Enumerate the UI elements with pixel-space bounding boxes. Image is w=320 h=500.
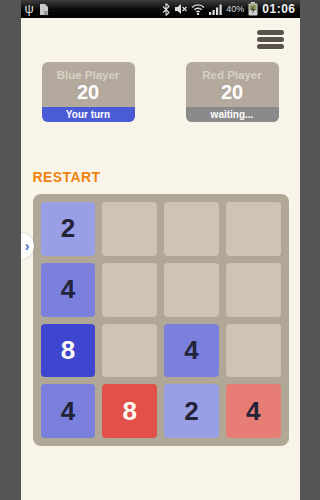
tile-blue-2: 2 [41,202,96,256]
tile-red-8: 8 [102,384,157,438]
battery-charging-icon [248,2,258,16]
player-name: Red Player [186,69,279,81]
chevron-right-icon: › [25,233,30,259]
board-cell-empty [164,263,219,317]
tile-blue-4: 4 [164,324,219,378]
player-score: 20 [42,81,135,104]
board-cell-empty [226,324,281,378]
menu-button[interactable] [257,30,284,49]
game-board[interactable]: 24844824 [33,194,289,446]
mute-icon [174,3,187,15]
tile-red-4: 4 [226,384,281,438]
board-cell-empty [102,324,157,378]
red-player-card: Red Player 20 waiting... [186,62,279,122]
app-screen: ψ [21,0,300,500]
player-status: waiting... [186,107,279,122]
battery-percent: 40% [226,4,244,14]
clock-text: 01:06 [262,2,295,16]
player-score: 20 [186,81,279,104]
status-bar: ψ [21,0,300,18]
player-name: Blue Player [42,69,135,81]
board-cell-empty [226,263,281,317]
restart-button[interactable]: RESTART [33,169,101,185]
player-status: Your turn [42,107,135,122]
sim-missing-icon [38,3,50,16]
wifi-icon [191,4,205,15]
bluetooth-icon [162,3,170,16]
tile-blue-4: 4 [41,263,96,317]
status-left: ψ [25,0,50,18]
player-cards: Blue Player 20 Your turn Red Player 20 w… [21,62,300,122]
board-cell-empty [102,263,157,317]
usb-icon: ψ [25,0,34,18]
signal-icon [209,4,222,15]
board-cell-empty [164,202,219,256]
tile-blue-2: 2 [164,384,219,438]
drawer-handle[interactable]: › [21,233,34,259]
board-cell-empty [226,202,281,256]
board-cell-empty [102,202,157,256]
tile-blue-4: 4 [41,384,96,438]
tile-blue-8: 8 [41,324,96,378]
status-right: 40% 01:06 [162,2,295,16]
menu-icon [257,30,284,35]
blue-player-card: Blue Player 20 Your turn [42,62,135,122]
